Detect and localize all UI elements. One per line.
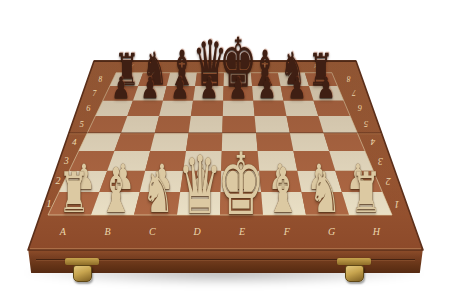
rank-label-left-1: 1 xyxy=(46,198,51,209)
piece-white-bishop-f1[interactable]: ♝ xyxy=(260,160,306,222)
piece-black-pawn-f7[interactable]: ♟ xyxy=(255,74,280,103)
piece-black-pawn-d7[interactable]: ♟ xyxy=(196,74,221,103)
rank-label-right-1: 1 xyxy=(394,199,399,210)
rank-label-right-8: 8 xyxy=(346,74,350,83)
piece-white-rook-h1[interactable]: ♜ xyxy=(345,165,387,221)
piece-white-bishop-b1[interactable]: ♝ xyxy=(93,160,139,222)
file-label-c: C xyxy=(149,226,156,237)
rank-label-left-4: 4 xyxy=(72,137,77,147)
file-label-g: G xyxy=(328,226,335,237)
piece-black-pawn-c7[interactable]: ♟ xyxy=(167,74,192,103)
file-label-a: A xyxy=(59,226,67,237)
rank-label-right-4: 4 xyxy=(370,137,375,147)
piece-black-pawn-g7[interactable]: ♟ xyxy=(284,74,309,103)
piece-white-rook-a1[interactable]: ♜ xyxy=(54,165,96,221)
piece-black-pawn-h7[interactable]: ♟ xyxy=(313,74,338,103)
piece-black-pawn-b7[interactable]: ♟ xyxy=(138,74,163,103)
file-label-h: H xyxy=(372,226,381,237)
piece-white-knight-g1[interactable]: ♞ xyxy=(303,164,345,221)
chess-set-photo: ABCDEFGHABCDEFGH1122334455667788 ♜♞♝♛♚♝♞… xyxy=(0,0,450,294)
piece-black-pawn-a7[interactable]: ♟ xyxy=(108,74,133,103)
piece-black-pawn-e7[interactable]: ♟ xyxy=(225,74,250,103)
rank-label-left-5: 5 xyxy=(79,119,84,129)
rank-label-right-5: 5 xyxy=(363,119,368,129)
rank-label-left-8: 8 xyxy=(98,75,102,84)
